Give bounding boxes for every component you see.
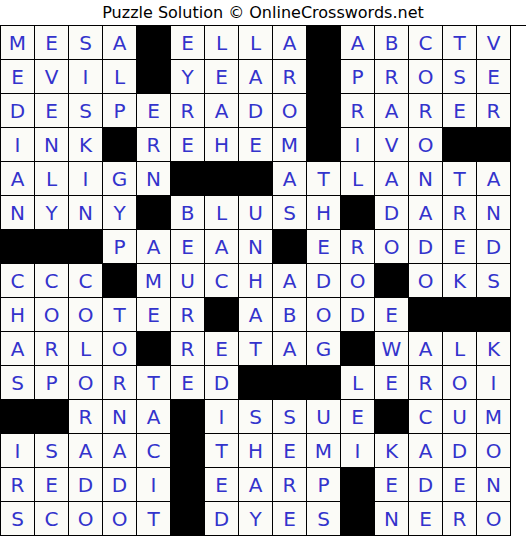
letter-cell-r13c14: D (443, 434, 477, 468)
puzzle-solution-page: Puzzle Solution © OnlineCrosswords.net M… (0, 0, 526, 551)
letter-cell-r10c10: G (307, 332, 341, 366)
black-cell-r2c5 (137, 60, 171, 94)
letter-cell-r9c4: T (103, 298, 137, 332)
letter-cell-r11c6: E (171, 366, 205, 400)
letter-cell-r7c13: D (409, 230, 443, 264)
letter-cell-r4c9: M (273, 128, 307, 162)
letter-cell-r3c11: R (341, 94, 375, 128)
letter-cell-r6c10: H (307, 196, 341, 230)
letter-cell-r13c5: C (137, 434, 171, 468)
letter-cell-r1c4: A (103, 26, 137, 60)
black-cell-r10c11 (341, 332, 375, 366)
letter-cell-r7c14: E (443, 230, 477, 264)
letter-cell-r3c13: R (409, 94, 443, 128)
letter-cell-r9c2: O (35, 298, 69, 332)
letter-cell-r3c7: A (205, 94, 239, 128)
letter-cell-r2c9: R (273, 60, 307, 94)
letter-cell-r2c1: E (1, 60, 35, 94)
letter-cell-r1c6: E (171, 26, 205, 60)
letter-cell-r1c2: E (35, 26, 69, 60)
letter-cell-r11c14: O (443, 366, 477, 400)
letter-cell-r6c9: S (273, 196, 307, 230)
letter-cell-r5c9: A (273, 162, 307, 196)
letter-cell-r8c3: C (69, 264, 103, 298)
letter-cell-r7c8: N (239, 230, 273, 264)
letter-cell-r13c11: I (341, 434, 375, 468)
letter-cell-r2c6: Y (171, 60, 205, 94)
letter-cell-r8c2: C (35, 264, 69, 298)
letter-cell-r13c12: K (375, 434, 409, 468)
letter-cell-r1c13: C (409, 26, 443, 60)
letter-cell-r15c13: E (409, 502, 443, 536)
letter-cell-r13c2: S (35, 434, 69, 468)
letter-cell-r11c3: O (69, 366, 103, 400)
letter-cell-r10c12: W (375, 332, 409, 366)
letter-cell-r5c14: T (443, 162, 477, 196)
letter-cell-r8c10: D (307, 264, 341, 298)
letter-cell-r5c13: N (409, 162, 443, 196)
letter-cell-r15c4: O (103, 502, 137, 536)
letter-cell-r3c3: S (69, 94, 103, 128)
letter-cell-r11c4: R (103, 366, 137, 400)
letter-cell-r14c2: E (35, 468, 69, 502)
black-cell-r6c5 (137, 196, 171, 230)
letter-cell-r1c15: V (477, 26, 511, 60)
letter-cell-r4c12: V (375, 128, 409, 162)
letter-cell-r15c2: C (35, 502, 69, 536)
letter-cell-r7c4: P (103, 230, 137, 264)
letter-cell-r12c13: C (409, 400, 443, 434)
letter-cell-r4c11: I (341, 128, 375, 162)
black-cell-r11c8 (239, 366, 273, 400)
letter-cell-r7c15: D (477, 230, 511, 264)
letter-cell-r8c1: C (1, 264, 35, 298)
letter-cell-r15c7: D (205, 502, 239, 536)
letter-cell-r12c9: S (273, 400, 307, 434)
black-cell-r5c6 (171, 162, 205, 196)
black-cell-r1c5 (137, 26, 171, 60)
letter-cell-r7c11: R (341, 230, 375, 264)
letter-cell-r9c9: B (273, 298, 307, 332)
letter-cell-r13c7: T (205, 434, 239, 468)
letter-cell-r8c8: H (239, 264, 273, 298)
letter-cell-r4c5: R (137, 128, 171, 162)
black-cell-r9c15 (477, 298, 511, 332)
letter-cell-r15c9: E (273, 502, 307, 536)
black-cell-r11c9 (273, 366, 307, 400)
letter-cell-r1c9: A (273, 26, 307, 60)
black-cell-r15c6 (171, 502, 205, 536)
black-cell-r13c6 (171, 434, 205, 468)
letter-cell-r9c8: A (239, 298, 273, 332)
letter-cell-r3c6: R (171, 94, 205, 128)
black-cell-r7c1 (1, 230, 35, 264)
letter-cell-r6c1: N (1, 196, 35, 230)
letter-cell-r7c10: E (307, 230, 341, 264)
black-cell-r14c6 (171, 468, 205, 502)
letter-cell-r9c11: D (341, 298, 375, 332)
letter-cell-r2c7: E (205, 60, 239, 94)
letter-cell-r12c3: R (69, 400, 103, 434)
letter-cell-r3c5: E (137, 94, 171, 128)
letter-cell-r1c11: A (341, 26, 375, 60)
black-cell-r9c14 (443, 298, 477, 332)
letter-cell-r4c3: K (69, 128, 103, 162)
letter-cell-r12c5: A (137, 400, 171, 434)
letter-cell-r14c5: I (137, 468, 171, 502)
letter-cell-r4c2: N (35, 128, 69, 162)
letter-cell-r2c3: I (69, 60, 103, 94)
letter-cell-r10c7: E (205, 332, 239, 366)
letter-cell-r2c8: A (239, 60, 273, 94)
letter-cell-r3c1: D (1, 94, 35, 128)
letter-cell-r4c7: H (205, 128, 239, 162)
letter-cell-r11c7: D (205, 366, 239, 400)
letter-cell-r10c2: R (35, 332, 69, 366)
letter-cell-r11c2: P (35, 366, 69, 400)
letter-cell-r14c9: R (273, 468, 307, 502)
letter-cell-r14c1: R (1, 468, 35, 502)
letter-cell-r6c8: U (239, 196, 273, 230)
black-cell-r4c15 (477, 128, 511, 162)
letter-cell-r10c3: L (69, 332, 103, 366)
black-cell-r10c5 (137, 332, 171, 366)
letter-cell-r5c5: N (137, 162, 171, 196)
letter-cell-r2c15: E (477, 60, 511, 94)
letter-cell-r5c10: T (307, 162, 341, 196)
page-title: Puzzle Solution © OnlineCrosswords.net (0, 0, 526, 25)
letter-cell-r11c12: E (375, 366, 409, 400)
letter-cell-r3c2: E (35, 94, 69, 128)
black-cell-r3c10 (307, 94, 341, 128)
letter-cell-r10c13: A (409, 332, 443, 366)
black-cell-r7c3 (69, 230, 103, 264)
letter-cell-r14c10: P (307, 468, 341, 502)
letter-cell-r1c14: T (443, 26, 477, 60)
letter-cell-r8c9: A (273, 264, 307, 298)
letter-cell-r3c8: D (239, 94, 273, 128)
letter-cell-r2c2: V (35, 60, 69, 94)
letter-cell-r6c12: D (375, 196, 409, 230)
letter-cell-r10c1: A (1, 332, 35, 366)
black-cell-r7c2 (35, 230, 69, 264)
letter-cell-r10c4: O (103, 332, 137, 366)
letter-cell-r15c3: O (69, 502, 103, 536)
letter-cell-r7c5: A (137, 230, 171, 264)
letter-cell-r7c7: A (205, 230, 239, 264)
letter-cell-r12c15: M (477, 400, 511, 434)
letter-cell-r5c11: L (341, 162, 375, 196)
letter-cell-r2c11: P (341, 60, 375, 94)
black-cell-r11c10 (307, 366, 341, 400)
letter-cell-r15c8: Y (239, 502, 273, 536)
black-cell-r9c13 (409, 298, 443, 332)
letter-cell-r1c1: M (1, 26, 35, 60)
letter-cell-r6c15: N (477, 196, 511, 230)
letter-cell-r10c15: K (477, 332, 511, 366)
letter-cell-r14c13: D (409, 468, 443, 502)
black-cell-r2c10 (307, 60, 341, 94)
letter-cell-r2c4: L (103, 60, 137, 94)
letter-cell-r14c8: A (239, 468, 273, 502)
letter-cell-r3c14: E (443, 94, 477, 128)
letter-cell-r9c12: E (375, 298, 409, 332)
letter-cell-r13c1: I (1, 434, 35, 468)
letter-cell-r5c4: G (103, 162, 137, 196)
letter-cell-r3c4: P (103, 94, 137, 128)
black-cell-r9c7 (205, 298, 239, 332)
letter-cell-r4c8: E (239, 128, 273, 162)
letter-cell-r10c6: R (171, 332, 205, 366)
letter-cell-r15c15: O (477, 502, 511, 536)
letter-cell-r12c4: N (103, 400, 137, 434)
letter-cell-r14c12: E (375, 468, 409, 502)
black-cell-r1c10 (307, 26, 341, 60)
letter-cell-r10c9: A (273, 332, 307, 366)
letter-cell-r15c14: R (443, 502, 477, 536)
black-cell-r8c4 (103, 264, 137, 298)
letter-cell-r8c14: K (443, 264, 477, 298)
letter-cell-r6c13: A (409, 196, 443, 230)
letter-cell-r15c12: N (375, 502, 409, 536)
black-cell-r14c11 (341, 468, 375, 502)
letter-cell-r9c3: O (69, 298, 103, 332)
letter-cell-r3c15: R (477, 94, 511, 128)
letter-cell-r2c14: S (443, 60, 477, 94)
letter-cell-r6c3: N (69, 196, 103, 230)
letter-cell-r11c11: L (341, 366, 375, 400)
letter-cell-r11c1: S (1, 366, 35, 400)
letter-cell-r13c3: A (69, 434, 103, 468)
black-cell-r5c8 (239, 162, 273, 196)
black-cell-r12c1 (1, 400, 35, 434)
letter-cell-r14c15: N (477, 468, 511, 502)
letter-cell-r1c8: L (239, 26, 273, 60)
letter-cell-r4c1: I (1, 128, 35, 162)
letter-cell-r14c14: E (443, 468, 477, 502)
letter-cell-r5c15: A (477, 162, 511, 196)
letter-cell-r11c5: T (137, 366, 171, 400)
black-cell-r5c7 (205, 162, 239, 196)
letter-cell-r9c10: O (307, 298, 341, 332)
letter-cell-r14c7: E (205, 468, 239, 502)
black-cell-r4c10 (307, 128, 341, 162)
letter-cell-r13c10: M (307, 434, 341, 468)
letter-cell-r8c13: O (409, 264, 443, 298)
letter-cell-r7c6: E (171, 230, 205, 264)
letter-cell-r13c13: A (409, 434, 443, 468)
letter-cell-r5c1: A (1, 162, 35, 196)
black-cell-r7c9 (273, 230, 307, 264)
crossword-grid: MESAELLAABCTVEVILYEARPROSEDESPERADORARER… (0, 25, 526, 536)
black-cell-r15c11 (341, 502, 375, 536)
letter-cell-r7c12: O (375, 230, 409, 264)
letter-cell-r12c14: U (443, 400, 477, 434)
letter-cell-r8c15: S (477, 264, 511, 298)
letter-cell-r6c7: L (205, 196, 239, 230)
letter-cell-r6c6: B (171, 196, 205, 230)
letter-cell-r14c3: D (69, 468, 103, 502)
letter-cell-r12c7: I (205, 400, 239, 434)
letter-cell-r8c5: M (137, 264, 171, 298)
letter-cell-r5c12: A (375, 162, 409, 196)
letter-cell-r5c2: L (35, 162, 69, 196)
letter-cell-r3c9: O (273, 94, 307, 128)
black-cell-r6c11 (341, 196, 375, 230)
letter-cell-r4c6: E (171, 128, 205, 162)
letter-cell-r6c4: Y (103, 196, 137, 230)
black-cell-r12c2 (35, 400, 69, 434)
letter-cell-r13c9: E (273, 434, 307, 468)
letter-cell-r9c1: H (1, 298, 35, 332)
letter-cell-r1c3: S (69, 26, 103, 60)
letter-cell-r12c11: E (341, 400, 375, 434)
letter-cell-r9c6: R (171, 298, 205, 332)
letter-cell-r4c13: O (409, 128, 443, 162)
letter-cell-r8c11: O (341, 264, 375, 298)
letter-cell-r3c12: A (375, 94, 409, 128)
letter-cell-r12c8: S (239, 400, 273, 434)
letter-cell-r12c10: U (307, 400, 341, 434)
letter-cell-r6c2: Y (35, 196, 69, 230)
letter-cell-r10c8: T (239, 332, 273, 366)
letter-cell-r1c12: B (375, 26, 409, 60)
letter-cell-r15c10: S (307, 502, 341, 536)
black-cell-r12c6 (171, 400, 205, 434)
letter-cell-r6c14: R (443, 196, 477, 230)
letter-cell-r2c13: O (409, 60, 443, 94)
letter-cell-r13c8: H (239, 434, 273, 468)
letter-cell-r15c1: S (1, 502, 35, 536)
letter-cell-r8c7: C (205, 264, 239, 298)
letter-cell-r14c4: D (103, 468, 137, 502)
black-cell-r12c12 (375, 400, 409, 434)
letter-cell-r15c5: T (137, 502, 171, 536)
black-cell-r4c14 (443, 128, 477, 162)
letter-cell-r5c3: I (69, 162, 103, 196)
letter-cell-r2c12: R (375, 60, 409, 94)
letter-cell-r9c5: E (137, 298, 171, 332)
letter-cell-r11c15: I (477, 366, 511, 400)
letter-cell-r13c15: O (477, 434, 511, 468)
letter-cell-r13c4: A (103, 434, 137, 468)
letter-cell-r1c7: L (205, 26, 239, 60)
black-cell-r4c4 (103, 128, 137, 162)
letter-cell-r8c6: U (171, 264, 205, 298)
letter-cell-r11c13: R (409, 366, 443, 400)
letter-cell-r10c14: L (443, 332, 477, 366)
black-cell-r8c12 (375, 264, 409, 298)
